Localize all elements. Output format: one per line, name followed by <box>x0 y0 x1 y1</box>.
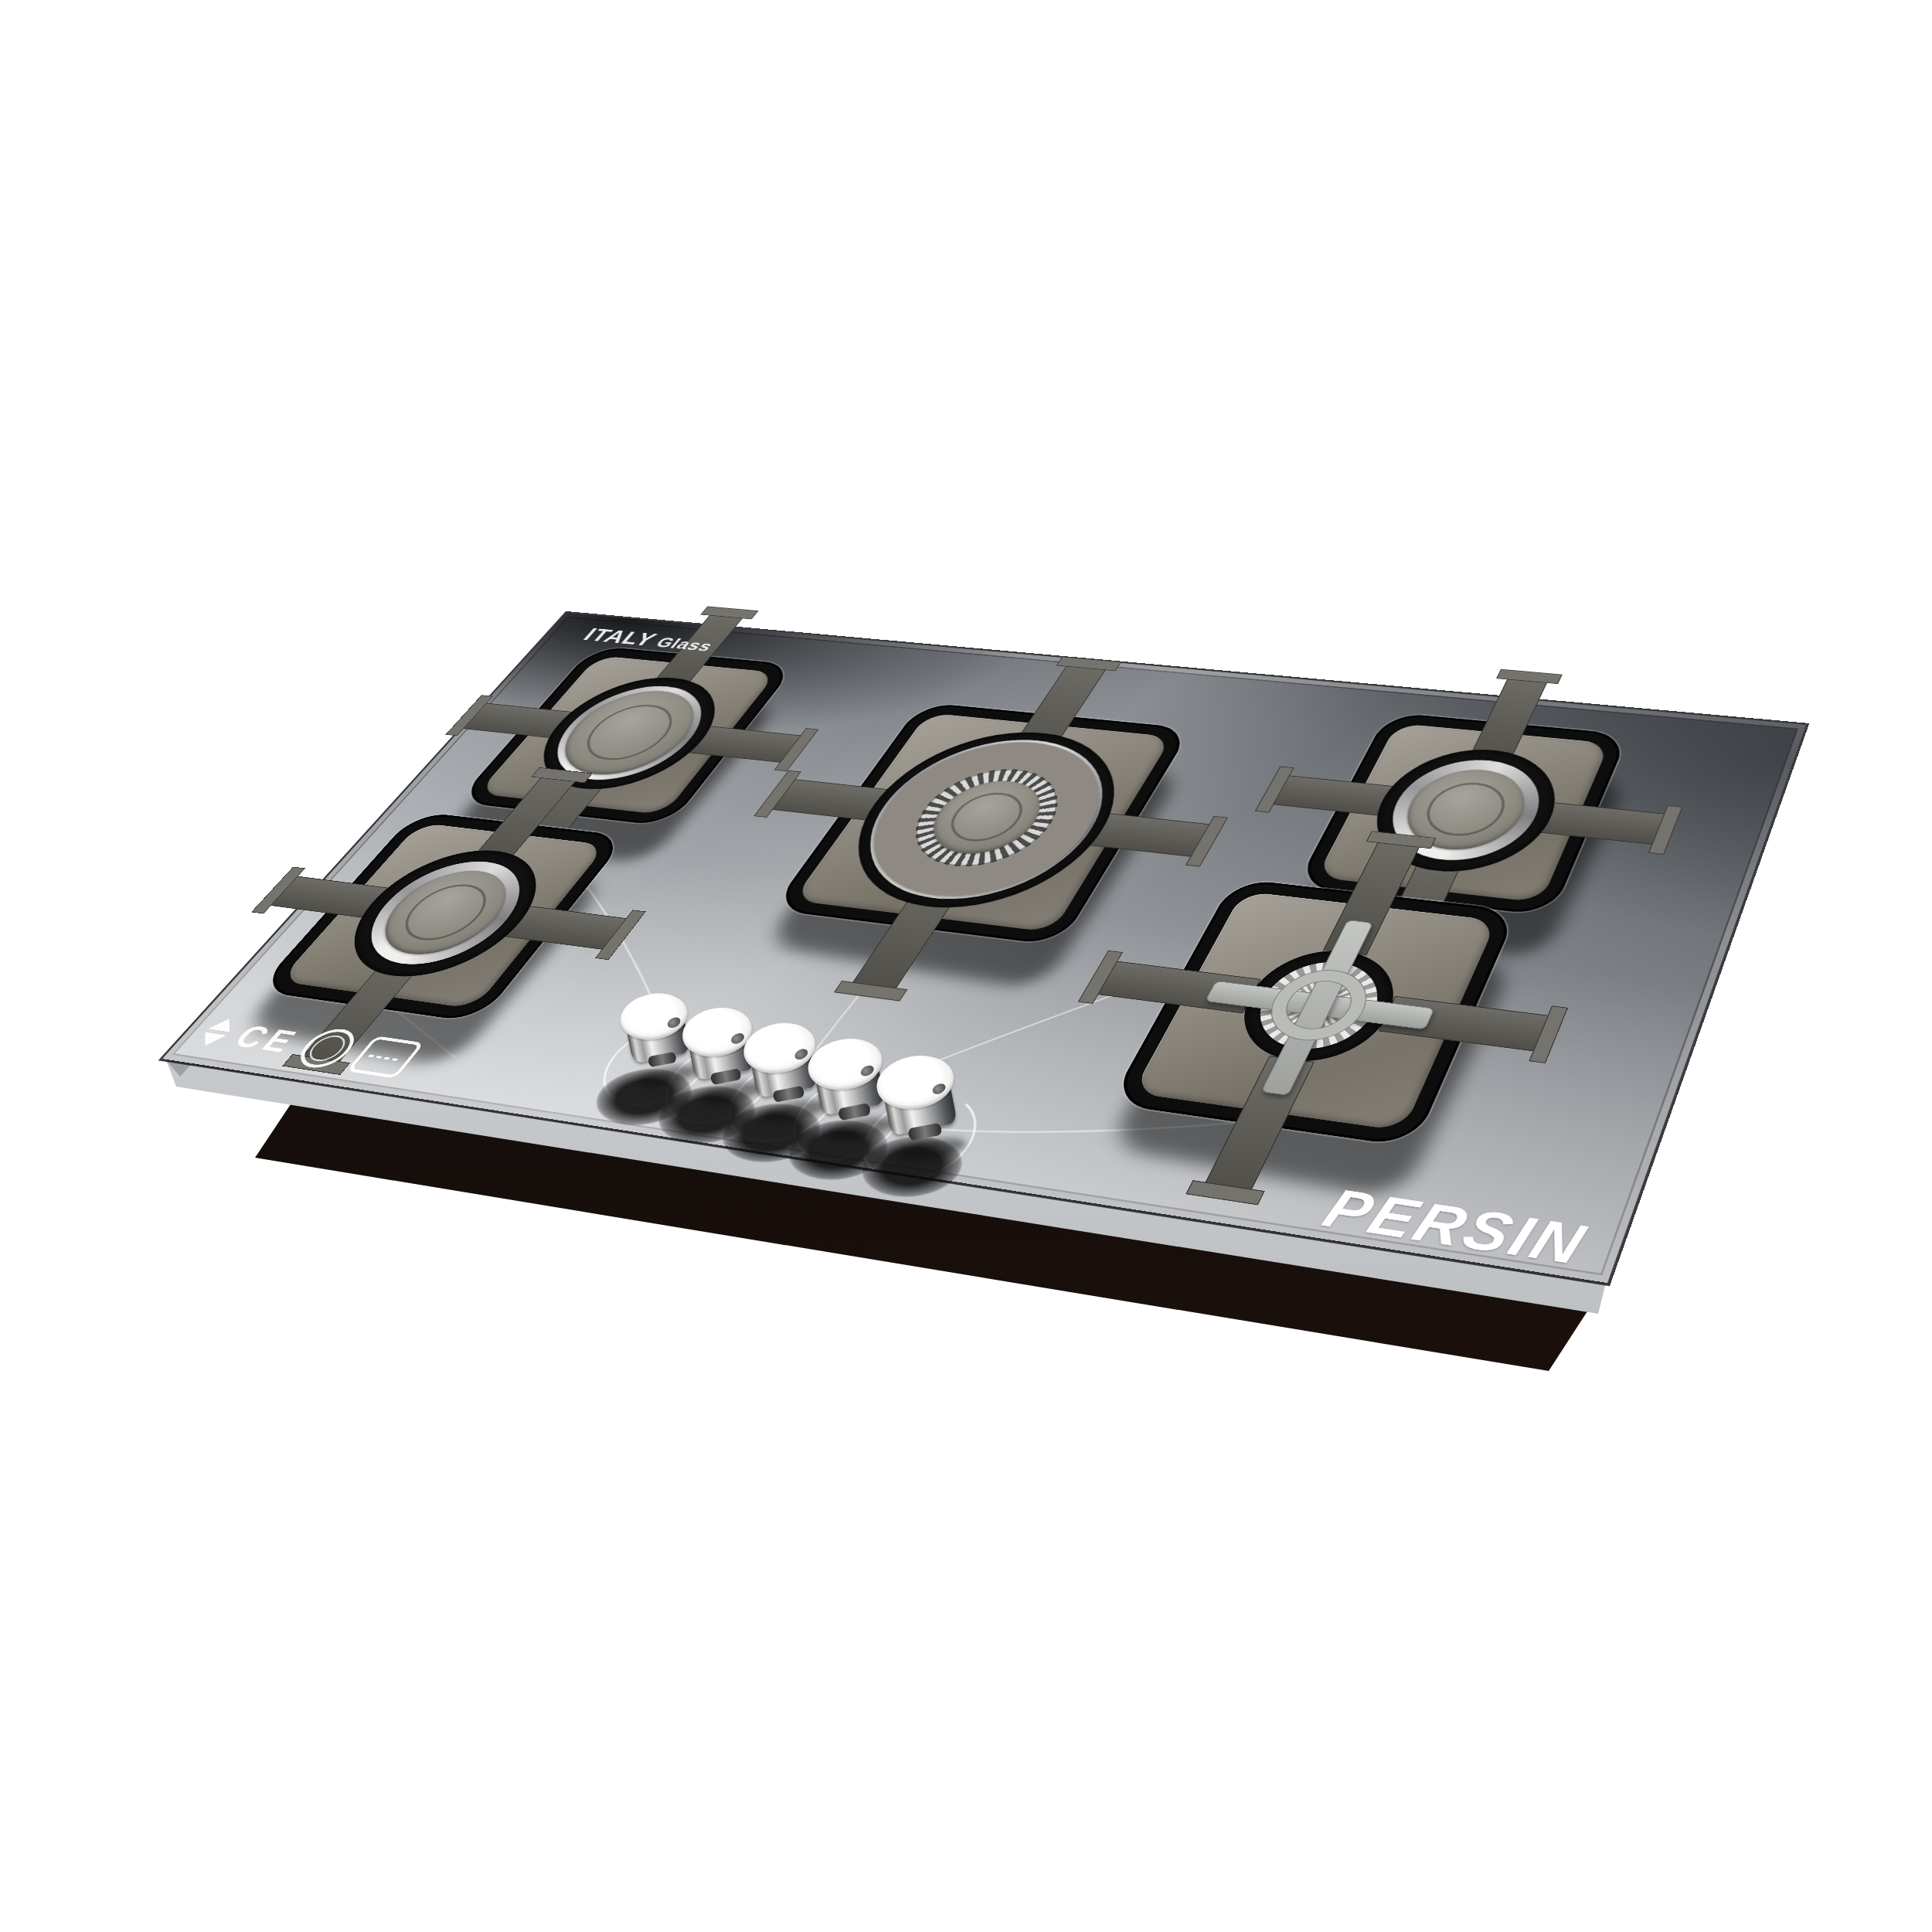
ce-mark: CE <box>227 1021 307 1058</box>
product-stage: ITALY Glass CE PERSIN <box>0 0 1932 1932</box>
